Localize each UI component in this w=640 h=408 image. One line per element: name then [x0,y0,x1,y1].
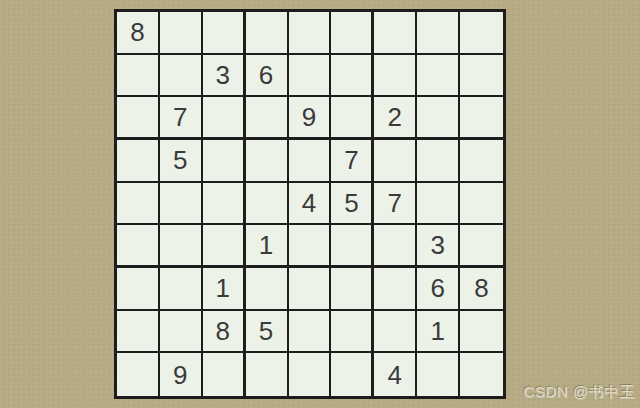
cell-r3c4[interactable] [246,97,289,140]
cell-r4c1[interactable] [117,140,160,183]
cell-r5c3[interactable] [203,183,246,226]
cell-r9c7[interactable]: 4 [374,353,417,396]
cell-r3c6[interactable] [331,97,374,140]
cell-r6c1[interactable] [117,225,160,268]
cell-r1c5[interactable] [289,12,332,55]
cell-r5c2[interactable] [160,183,203,226]
cell-r8c1[interactable] [117,311,160,354]
cell-r7c3[interactable]: 1 [203,268,246,311]
cell-r1c2[interactable] [160,12,203,55]
cell-r8c3[interactable]: 8 [203,311,246,354]
cell-r4c9[interactable] [460,140,503,183]
cell-r7c6[interactable] [331,268,374,311]
cell-r3c5[interactable]: 9 [289,97,332,140]
cell-r1c1[interactable]: 8 [117,12,160,55]
cell-r4c3[interactable] [203,140,246,183]
cell-r7c5[interactable] [289,268,332,311]
cell-r8c9[interactable] [460,311,503,354]
cell-r9c6[interactable] [331,353,374,396]
cell-r2c6[interactable] [331,55,374,98]
cell-r2c8[interactable] [417,55,460,98]
cell-r7c4[interactable] [246,268,289,311]
cell-r4c8[interactable] [417,140,460,183]
cell-r1c6[interactable] [331,12,374,55]
cell-r8c8[interactable]: 1 [417,311,460,354]
cell-r6c6[interactable] [331,225,374,268]
cell-r2c7[interactable] [374,55,417,98]
cell-r8c5[interactable] [289,311,332,354]
cell-r9c4[interactable] [246,353,289,396]
sudoku-board: 836792574571316885194 [114,9,506,399]
cell-r1c8[interactable] [417,12,460,55]
cell-r6c3[interactable] [203,225,246,268]
cell-r9c3[interactable] [203,353,246,396]
cell-r9c8[interactable] [417,353,460,396]
cell-r3c1[interactable] [117,97,160,140]
cell-r6c4[interactable]: 1 [246,225,289,268]
cell-r9c9[interactable] [460,353,503,396]
cell-r3c2[interactable]: 7 [160,97,203,140]
cell-r4c5[interactable] [289,140,332,183]
cell-r4c7[interactable] [374,140,417,183]
cell-r2c5[interactable] [289,55,332,98]
cell-r1c3[interactable] [203,12,246,55]
cell-r1c4[interactable] [246,12,289,55]
cell-r3c8[interactable] [417,97,460,140]
cell-r6c5[interactable] [289,225,332,268]
cell-r1c9[interactable] [460,12,503,55]
cell-r2c2[interactable] [160,55,203,98]
cell-r2c4[interactable]: 6 [246,55,289,98]
cell-r4c2[interactable]: 5 [160,140,203,183]
cell-r6c2[interactable] [160,225,203,268]
cell-r5c1[interactable] [117,183,160,226]
cell-r8c2[interactable] [160,311,203,354]
watermark: CSDN @书中玉 [524,383,635,402]
cell-r6c9[interactable] [460,225,503,268]
cell-r9c1[interactable] [117,353,160,396]
cell-r2c9[interactable] [460,55,503,98]
cell-r5c7[interactable]: 7 [374,183,417,226]
cell-r4c4[interactable] [246,140,289,183]
cell-r5c9[interactable] [460,183,503,226]
cell-r9c5[interactable] [289,353,332,396]
cell-r5c5[interactable]: 4 [289,183,332,226]
cell-r2c1[interactable] [117,55,160,98]
cell-r8c6[interactable] [331,311,374,354]
cell-r5c4[interactable] [246,183,289,226]
cell-r5c8[interactable] [417,183,460,226]
page-background: 836792574571316885194 CSDN @书中玉 [0,0,640,408]
cell-r6c7[interactable] [374,225,417,268]
cell-r4c6[interactable]: 7 [331,140,374,183]
cell-r3c7[interactable]: 2 [374,97,417,140]
cell-r2c3[interactable]: 3 [203,55,246,98]
cell-r3c9[interactable] [460,97,503,140]
cell-r7c9[interactable]: 8 [460,268,503,311]
cell-r7c8[interactable]: 6 [417,268,460,311]
cell-r8c7[interactable] [374,311,417,354]
cell-r1c7[interactable] [374,12,417,55]
cell-r6c8[interactable]: 3 [417,225,460,268]
cell-r7c2[interactable] [160,268,203,311]
cell-r3c3[interactable] [203,97,246,140]
cell-r9c2[interactable]: 9 [160,353,203,396]
cell-r8c4[interactable]: 5 [246,311,289,354]
cell-r7c1[interactable] [117,268,160,311]
cell-r5c6[interactable]: 5 [331,183,374,226]
cell-r7c7[interactable] [374,268,417,311]
